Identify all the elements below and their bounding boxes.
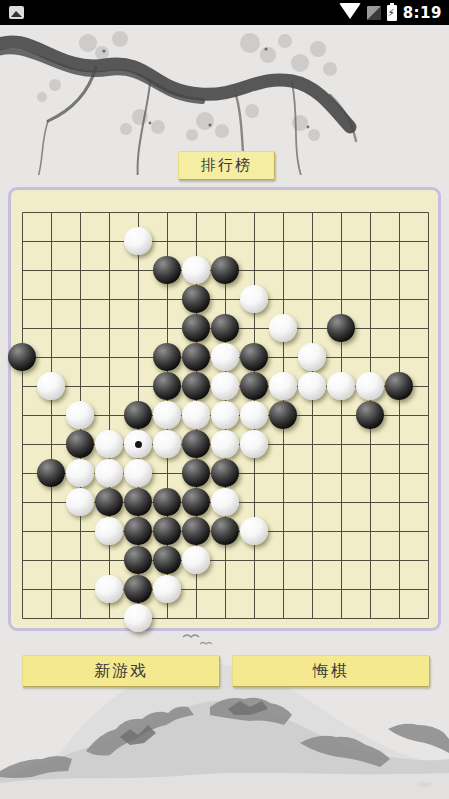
white-stone bbox=[298, 343, 326, 371]
black-stone bbox=[211, 459, 239, 487]
leaderboard-button-label: 排行榜 bbox=[201, 156, 252, 175]
white-stone bbox=[182, 256, 210, 284]
white-stone bbox=[240, 517, 268, 545]
black-stone bbox=[182, 314, 210, 342]
black-stone bbox=[182, 459, 210, 487]
white-stone bbox=[66, 459, 94, 487]
white-stone bbox=[269, 314, 297, 342]
black-stone bbox=[385, 372, 413, 400]
black-stone bbox=[124, 488, 152, 516]
undo-button-label: 悔棋 bbox=[313, 661, 349, 682]
battery-charging-icon bbox=[387, 5, 397, 21]
new-game-button-label: 新游戏 bbox=[94, 661, 148, 682]
white-stone bbox=[95, 459, 123, 487]
screenshot-notification-icon bbox=[9, 6, 24, 19]
black-stone bbox=[211, 314, 239, 342]
wifi-icon bbox=[339, 3, 361, 19]
white-stone bbox=[211, 430, 239, 458]
black-stone bbox=[153, 256, 181, 284]
black-stone bbox=[240, 343, 268, 371]
black-stone bbox=[182, 372, 210, 400]
black-stone bbox=[66, 430, 94, 458]
white-stone bbox=[37, 372, 65, 400]
gomoku-board[interactable] bbox=[8, 187, 441, 631]
white-stone bbox=[124, 604, 152, 632]
white-stone bbox=[298, 372, 326, 400]
black-stone bbox=[124, 575, 152, 603]
white-stone bbox=[153, 575, 181, 603]
black-stone bbox=[269, 401, 297, 429]
new-game-button[interactable]: 新游戏 bbox=[22, 655, 220, 687]
black-stone bbox=[182, 285, 210, 313]
white-stone bbox=[182, 401, 210, 429]
white-stone bbox=[153, 430, 181, 458]
black-stone bbox=[8, 343, 36, 371]
black-stone bbox=[211, 256, 239, 284]
white-stone bbox=[66, 401, 94, 429]
white-stone bbox=[153, 401, 181, 429]
black-stone bbox=[327, 314, 355, 342]
undo-button[interactable]: 悔棋 bbox=[232, 655, 430, 687]
white-stone bbox=[95, 517, 123, 545]
leaderboard-button[interactable]: 排行榜 bbox=[178, 151, 275, 180]
white-stone bbox=[211, 401, 239, 429]
white-stone bbox=[95, 575, 123, 603]
black-stone bbox=[182, 430, 210, 458]
black-stone bbox=[37, 459, 65, 487]
white-stone bbox=[269, 372, 297, 400]
board-grid bbox=[11, 190, 438, 628]
white-stone bbox=[95, 430, 123, 458]
birds-icon bbox=[183, 635, 212, 644]
white-stone bbox=[356, 372, 384, 400]
black-stone bbox=[182, 343, 210, 371]
black-stone bbox=[124, 546, 152, 574]
white-stone bbox=[124, 227, 152, 255]
black-stone bbox=[240, 372, 268, 400]
white-stone bbox=[66, 488, 94, 516]
black-stone bbox=[356, 401, 384, 429]
black-stone bbox=[153, 546, 181, 574]
mountain-ink-art bbox=[0, 625, 449, 799]
black-stone bbox=[153, 343, 181, 371]
black-stone bbox=[182, 517, 210, 545]
black-stone bbox=[182, 488, 210, 516]
black-stone bbox=[124, 401, 152, 429]
white-stone bbox=[240, 430, 268, 458]
black-stone bbox=[95, 488, 123, 516]
black-stone bbox=[211, 517, 239, 545]
white-stone bbox=[124, 459, 152, 487]
black-stone bbox=[124, 517, 152, 545]
white-stone bbox=[211, 343, 239, 371]
white-stone bbox=[211, 488, 239, 516]
white-stone bbox=[124, 430, 152, 458]
app-screen: 8:19 bbox=[0, 0, 449, 799]
status-bar: 8:19 bbox=[0, 0, 449, 25]
white-stone bbox=[211, 372, 239, 400]
black-stone bbox=[153, 517, 181, 545]
white-stone bbox=[327, 372, 355, 400]
black-stone bbox=[153, 372, 181, 400]
last-move-marker bbox=[135, 441, 142, 448]
black-stone bbox=[153, 488, 181, 516]
white-stone bbox=[240, 285, 268, 313]
status-clock: 8:19 bbox=[403, 4, 442, 22]
white-stone bbox=[182, 546, 210, 574]
no-signal-icon bbox=[367, 6, 381, 20]
white-stone bbox=[240, 401, 268, 429]
